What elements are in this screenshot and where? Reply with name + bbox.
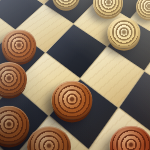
checkers-photo-stage: ⛀⛀⛀⛀⛂⛂⛂⛂⛂⛂: [0, 0, 150, 150]
checker-piece-brown[interactable]: ⛂: [52, 81, 93, 120]
checker-piece-cream[interactable]: ⛀: [108, 17, 141, 48]
checker-piece-brown[interactable]: ⛂: [2, 30, 37, 63]
